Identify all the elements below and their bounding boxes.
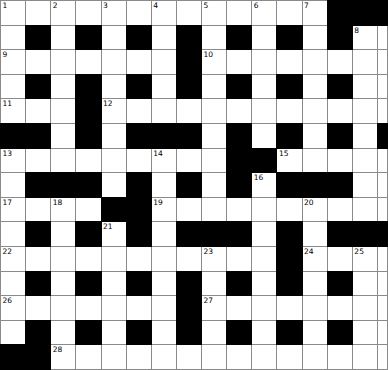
clue-number: 20: [304, 198, 314, 207]
black-cell: [177, 173, 201, 197]
grid-cell[interactable]: [127, 1, 151, 25]
clue-number: 11: [3, 99, 13, 108]
black-cell: [227, 26, 251, 50]
grid-cell[interactable]: [277, 198, 301, 222]
grid-cell[interactable]: [51, 75, 75, 99]
black-cell: [177, 26, 201, 50]
crossword-screenshot: 1234567891011121314151617181920212223242…: [0, 0, 388, 370]
black-cell: [378, 124, 387, 148]
grid-cell[interactable]: [227, 247, 251, 271]
clue-number: 15: [279, 149, 289, 158]
grid-cell[interactable]: [277, 1, 301, 25]
grid-cell[interactable]: 20: [303, 198, 327, 222]
black-cell: [227, 173, 251, 197]
grid-cell[interactable]: [252, 296, 276, 320]
grid-cell[interactable]: [177, 198, 201, 222]
clue-number: 22: [3, 247, 13, 256]
grid-cell[interactable]: [152, 222, 176, 246]
grid-cell[interactable]: [378, 321, 387, 345]
clue-number: 23: [204, 247, 214, 256]
grid-cell[interactable]: [102, 272, 126, 296]
grid-cell[interactable]: [102, 345, 126, 369]
grid-cell[interactable]: [127, 149, 151, 173]
grid-cell[interactable]: [127, 345, 151, 369]
black-cell: [26, 272, 50, 296]
black-cell: [328, 1, 352, 25]
clue-number: 8: [354, 26, 359, 35]
black-cell: [127, 75, 151, 99]
grid-cell[interactable]: [328, 198, 352, 222]
grid-cell[interactable]: [353, 272, 377, 296]
black-cell: [328, 272, 352, 296]
grid-cell[interactable]: [127, 99, 151, 123]
grid-cell[interactable]: [102, 50, 126, 74]
grid-cell[interactable]: [378, 99, 387, 123]
clue-number: 28: [53, 345, 63, 354]
black-cell: [127, 198, 151, 222]
clue-number: 17: [3, 198, 13, 207]
black-cell: [76, 124, 100, 148]
grid-cell[interactable]: [252, 222, 276, 246]
grid-cell[interactable]: [102, 149, 126, 173]
black-cell: [227, 321, 251, 345]
grid-cell[interactable]: [202, 124, 226, 148]
grid-cell[interactable]: [303, 345, 327, 369]
grid-cell[interactable]: [202, 26, 226, 50]
grid-cell[interactable]: [353, 75, 377, 99]
black-cell: [76, 173, 100, 197]
grid-cell[interactable]: [202, 75, 226, 99]
grid-cell[interactable]: [177, 247, 201, 271]
grid-cell[interactable]: [152, 345, 176, 369]
grid-cell[interactable]: [378, 50, 387, 74]
black-cell: [127, 272, 151, 296]
grid-cell[interactable]: 21: [102, 222, 126, 246]
clue-number: 10: [204, 50, 214, 59]
grid-cell[interactable]: [202, 198, 226, 222]
black-cell: [127, 173, 151, 197]
black-cell: [277, 321, 301, 345]
grid-cell[interactable]: [102, 173, 126, 197]
black-cell: [177, 75, 201, 99]
grid-cell[interactable]: [152, 321, 176, 345]
grid-cell[interactable]: [202, 272, 226, 296]
black-cell: [76, 272, 100, 296]
clue-number: 13: [3, 149, 13, 158]
grid-cell[interactable]: [227, 345, 251, 369]
grid-cell[interactable]: [202, 149, 226, 173]
grid-cell[interactable]: 14: [152, 149, 176, 173]
black-cell: [277, 75, 301, 99]
grid-cell[interactable]: 26: [1, 296, 25, 320]
grid-cell[interactable]: [76, 149, 100, 173]
grid-cell[interactable]: [26, 296, 50, 320]
black-cell: [152, 124, 176, 148]
grid-cell[interactable]: 2: [51, 1, 75, 25]
grid-cell[interactable]: [378, 75, 387, 99]
grid-cell[interactable]: [378, 26, 387, 50]
grid-cell[interactable]: [177, 99, 201, 123]
black-cell: [353, 222, 377, 246]
grid-cell[interactable]: [202, 173, 226, 197]
grid-cell[interactable]: [252, 272, 276, 296]
grid-cell[interactable]: [152, 50, 176, 74]
clue-number: 6: [254, 1, 259, 10]
grid-cell[interactable]: [26, 247, 50, 271]
grid-cell[interactable]: [303, 75, 327, 99]
grid-cell[interactable]: 12: [102, 99, 126, 123]
black-cell: [328, 26, 352, 50]
clue-number: 7: [304, 1, 309, 10]
grid-cell[interactable]: [152, 173, 176, 197]
clue-number: 24: [304, 247, 314, 256]
grid-cell[interactable]: 3: [102, 1, 126, 25]
grid-cell[interactable]: [76, 50, 100, 74]
black-cell: [277, 173, 301, 197]
black-cell: [328, 75, 352, 99]
grid-cell[interactable]: [328, 99, 352, 123]
grid-cell[interactable]: [76, 345, 100, 369]
black-cell: [127, 26, 151, 50]
grid-cell[interactable]: [51, 99, 75, 123]
grid-cell[interactable]: 19: [152, 198, 176, 222]
grid-cell[interactable]: 25: [353, 247, 377, 271]
black-cell: [177, 321, 201, 345]
black-cell: [26, 345, 50, 369]
black-cell: [51, 173, 75, 197]
black-cell: [26, 222, 50, 246]
clue-number: 25: [354, 247, 364, 256]
grid-cell[interactable]: [227, 50, 251, 74]
grid-cell[interactable]: [252, 99, 276, 123]
black-cell: [127, 222, 151, 246]
black-cell: [328, 321, 352, 345]
grid-cell[interactable]: [353, 99, 377, 123]
grid-cell[interactable]: [252, 321, 276, 345]
grid-cell[interactable]: [378, 173, 387, 197]
grid-cell[interactable]: 6: [252, 1, 276, 25]
clue-number: 4: [153, 1, 158, 10]
grid-cell[interactable]: [328, 247, 352, 271]
black-cell: [227, 124, 251, 148]
grid-cell[interactable]: [227, 198, 251, 222]
grid-cell[interactable]: [227, 99, 251, 123]
grid-cell[interactable]: [152, 247, 176, 271]
black-cell: [177, 222, 201, 246]
grid-cell[interactable]: [378, 296, 387, 320]
grid-cell[interactable]: [353, 50, 377, 74]
grid-cell[interactable]: [26, 99, 50, 123]
grid-cell[interactable]: [102, 296, 126, 320]
black-cell: [76, 26, 100, 50]
grid-cell[interactable]: [227, 1, 251, 25]
grid-cell[interactable]: [102, 75, 126, 99]
clue-number: 27: [204, 296, 214, 305]
grid-cell[interactable]: [303, 50, 327, 74]
grid-cell[interactable]: [51, 321, 75, 345]
grid-cell[interactable]: 22: [1, 247, 25, 271]
grid-cell[interactable]: [102, 124, 126, 148]
grid-cell[interactable]: 23: [202, 247, 226, 271]
grid-cell[interactable]: [152, 26, 176, 50]
grid-cell[interactable]: [378, 272, 387, 296]
crossword-grid: 1234567891011121314151617181920212223242…: [0, 0, 388, 370]
clue-number: 1: [3, 1, 8, 10]
black-cell: [177, 296, 201, 320]
grid-cell[interactable]: [177, 149, 201, 173]
black-cell: [76, 321, 100, 345]
black-cell: [227, 222, 251, 246]
grid-cell[interactable]: 28: [51, 345, 75, 369]
grid-cell[interactable]: [303, 222, 327, 246]
grid-cell[interactable]: [152, 296, 176, 320]
grid-cell[interactable]: [252, 50, 276, 74]
black-cell: [227, 149, 251, 173]
grid-cell[interactable]: [202, 345, 226, 369]
black-cell: [26, 321, 50, 345]
black-cell: [328, 173, 352, 197]
clue-number: 5: [204, 1, 209, 10]
black-cell: [26, 124, 50, 148]
grid-cell[interactable]: [152, 272, 176, 296]
grid-cell[interactable]: [26, 198, 50, 222]
grid-cell[interactable]: [26, 149, 50, 173]
grid-cell[interactable]: [76, 247, 100, 271]
grid-cell[interactable]: 18: [51, 198, 75, 222]
black-cell: [127, 321, 151, 345]
grid-cell[interactable]: [202, 321, 226, 345]
black-cell: [202, 222, 226, 246]
black-cell: [277, 222, 301, 246]
grid-cell[interactable]: 8: [353, 26, 377, 50]
grid-cell[interactable]: [51, 124, 75, 148]
clue-number: 26: [3, 296, 13, 305]
grid-cell[interactable]: [51, 50, 75, 74]
clue-number: 12: [103, 99, 113, 108]
clue-number: 2: [53, 1, 58, 10]
grid-cell[interactable]: [303, 296, 327, 320]
grid-cell[interactable]: [152, 75, 176, 99]
black-cell: [76, 75, 100, 99]
grid-cell[interactable]: [303, 26, 327, 50]
grid-cell[interactable]: [303, 124, 327, 148]
black-cell: [76, 99, 100, 123]
grid-cell[interactable]: [51, 296, 75, 320]
grid-cell[interactable]: [328, 345, 352, 369]
grid-cell[interactable]: [177, 1, 201, 25]
grid-cell[interactable]: 5: [202, 1, 226, 25]
clue-number: 21: [103, 222, 113, 231]
grid-cell[interactable]: 11: [1, 99, 25, 123]
grid-cell[interactable]: [127, 296, 151, 320]
grid-cell[interactable]: [353, 149, 377, 173]
black-cell: [277, 247, 301, 271]
grid-cell[interactable]: [102, 247, 126, 271]
grid-cell[interactable]: [252, 26, 276, 50]
clue-number: 14: [153, 149, 163, 158]
grid-cell[interactable]: [277, 296, 301, 320]
black-cell: [328, 222, 352, 246]
grid-cell[interactable]: [353, 296, 377, 320]
grid-cell[interactable]: [277, 345, 301, 369]
grid-cell[interactable]: [1, 75, 25, 99]
grid-cell[interactable]: [252, 345, 276, 369]
grid-cell[interactable]: 9: [1, 50, 25, 74]
grid-cell[interactable]: [127, 50, 151, 74]
black-cell: [26, 173, 50, 197]
grid-cell[interactable]: [177, 345, 201, 369]
grid-cell[interactable]: [1, 272, 25, 296]
grid-cell[interactable]: [26, 50, 50, 74]
grid-cell[interactable]: [303, 321, 327, 345]
grid-cell[interactable]: [227, 296, 251, 320]
grid-cell[interactable]: [303, 99, 327, 123]
grid-cell[interactable]: [353, 173, 377, 197]
grid-cell[interactable]: [76, 1, 100, 25]
black-cell: [277, 26, 301, 50]
grid-cell[interactable]: [353, 345, 377, 369]
grid-cell[interactable]: 4: [152, 1, 176, 25]
grid-cell[interactable]: [102, 321, 126, 345]
grid-cell[interactable]: [127, 247, 151, 271]
grid-cell[interactable]: [378, 247, 387, 271]
black-cell: [227, 75, 251, 99]
grid-cell[interactable]: 13: [1, 149, 25, 173]
clue-number: 9: [3, 50, 8, 59]
grid-cell[interactable]: [328, 296, 352, 320]
grid-cell[interactable]: [51, 272, 75, 296]
grid-cell[interactable]: 17: [1, 198, 25, 222]
black-cell: [277, 124, 301, 148]
black-cell: [227, 272, 251, 296]
grid-cell[interactable]: [328, 50, 352, 74]
black-cell: [26, 26, 50, 50]
grid-cell[interactable]: [51, 222, 75, 246]
grid-cell[interactable]: [51, 149, 75, 173]
grid-cell[interactable]: [51, 26, 75, 50]
black-cell: [127, 124, 151, 148]
grid-cell[interactable]: [252, 124, 276, 148]
grid-cell[interactable]: 15: [277, 149, 301, 173]
grid-cell[interactable]: [1, 222, 25, 246]
clue-number: 3: [103, 1, 108, 10]
black-cell: [76, 222, 100, 246]
grid-cell[interactable]: 7: [303, 1, 327, 25]
grid-cell[interactable]: [303, 149, 327, 173]
black-cell: [1, 124, 25, 148]
grid-cell[interactable]: [102, 26, 126, 50]
black-cell: [303, 173, 327, 197]
black-cell: [177, 124, 201, 148]
grid-cell[interactable]: [1, 173, 25, 197]
black-cell: [177, 272, 201, 296]
grid-cell[interactable]: [353, 198, 377, 222]
grid-cell[interactable]: [303, 272, 327, 296]
black-cell: [378, 1, 387, 25]
black-cell: [102, 198, 126, 222]
grid-cell[interactable]: [378, 198, 387, 222]
grid-cell[interactable]: [328, 149, 352, 173]
grid-cell[interactable]: [76, 296, 100, 320]
black-cell: [378, 222, 387, 246]
grid-cell[interactable]: 10: [202, 50, 226, 74]
black-cell: [26, 75, 50, 99]
grid-cell[interactable]: [51, 247, 75, 271]
grid-cell[interactable]: [1, 321, 25, 345]
grid-cell[interactable]: [353, 321, 377, 345]
black-cell: [353, 1, 377, 25]
grid-cell[interactable]: [252, 198, 276, 222]
clue-number: 19: [153, 198, 163, 207]
grid-cell[interactable]: [378, 345, 387, 369]
black-cell: [328, 124, 352, 148]
grid-cell[interactable]: [277, 99, 301, 123]
grid-cell[interactable]: [252, 75, 276, 99]
grid-cell[interactable]: [353, 124, 377, 148]
grid-cell[interactable]: [202, 99, 226, 123]
grid-cell[interactable]: [277, 50, 301, 74]
grid-cell[interactable]: 16: [252, 173, 276, 197]
black-cell: [177, 50, 201, 74]
black-cell: [277, 272, 301, 296]
clue-number: 16: [254, 173, 264, 182]
grid-cell[interactable]: [252, 247, 276, 271]
black-cell: [252, 149, 276, 173]
grid-cell[interactable]: [76, 198, 100, 222]
grid-cell[interactable]: 24: [303, 247, 327, 271]
grid-cell[interactable]: [26, 1, 50, 25]
grid-cell[interactable]: 1: [1, 1, 25, 25]
grid-cell[interactable]: [378, 149, 387, 173]
grid-cell[interactable]: [1, 26, 25, 50]
grid-cell[interactable]: [152, 99, 176, 123]
clue-number: 18: [53, 198, 63, 207]
black-cell: [1, 345, 25, 369]
grid-cell[interactable]: 27: [202, 296, 226, 320]
